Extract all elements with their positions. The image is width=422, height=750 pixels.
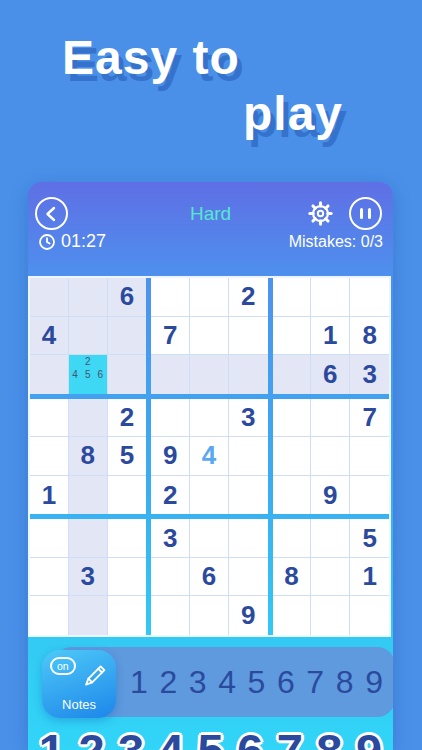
number-key-4[interactable]: 4 xyxy=(158,725,184,750)
cell-r6c7[interactable] xyxy=(273,476,312,515)
cell-r7c7[interactable] xyxy=(273,519,312,558)
cell-r1c1[interactable] xyxy=(30,278,69,317)
box-3: 1863 xyxy=(273,278,389,394)
sudoku-board: 64245627186328513942793369581 xyxy=(30,278,389,635)
cell-r4c5[interactable] xyxy=(190,399,229,438)
cell-r5c5[interactable]: 4 xyxy=(190,437,229,476)
number-input-row: 123456789 xyxy=(28,725,393,750)
notes-label: Notes xyxy=(42,697,116,712)
hero-title-line2: play xyxy=(243,86,343,141)
hero-title-line1: Easy to xyxy=(62,30,240,85)
app-screenshot: Easy to play Hard xyxy=(0,0,422,750)
cell-r6c6[interactable] xyxy=(229,476,268,515)
cell-r4c8[interactable] xyxy=(311,399,350,438)
numpad-digit-6[interactable]: 6 xyxy=(277,664,295,701)
notes-toggle-button[interactable]: on Notes xyxy=(42,650,116,718)
cell-r8c7[interactable]: 8 xyxy=(273,558,312,597)
cell-r4c9[interactable]: 7 xyxy=(350,399,389,438)
box-6: 79 xyxy=(273,399,389,515)
gear-icon xyxy=(304,197,337,230)
clock-icon xyxy=(38,233,56,251)
settings-button[interactable] xyxy=(304,197,337,230)
cell-r8c3[interactable] xyxy=(108,558,147,597)
cell-r1c2[interactable] xyxy=(69,278,108,317)
cell-r5c4[interactable]: 9 xyxy=(151,437,190,476)
numpad-digit-5[interactable]: 5 xyxy=(248,664,266,701)
pencil-notes: 2456 xyxy=(69,355,107,394)
cell-r4c3[interactable]: 2 xyxy=(108,399,147,438)
numpad-digit-4[interactable]: 4 xyxy=(218,664,236,701)
number-key-2[interactable]: 2 xyxy=(78,725,104,750)
number-key-7[interactable]: 7 xyxy=(277,725,303,750)
cell-r9c2[interactable] xyxy=(69,596,108,635)
box-8: 369 xyxy=(151,519,267,635)
cell-r1c3[interactable]: 6 xyxy=(108,278,147,317)
cell-r8c9[interactable]: 1 xyxy=(350,558,389,597)
mistakes-counter: Mistakes: 0/3 xyxy=(289,233,383,251)
cell-r1c9[interactable] xyxy=(350,278,389,317)
box-9: 581 xyxy=(273,519,389,635)
cell-r7c6[interactable] xyxy=(229,519,268,558)
pause-icon xyxy=(358,208,374,219)
cell-r6c8[interactable]: 9 xyxy=(311,476,350,515)
cell-r4c6[interactable]: 3 xyxy=(229,399,268,438)
cell-r2c3[interactable] xyxy=(108,317,147,356)
cell-r2c7[interactable] xyxy=(273,317,312,356)
cell-r9c8[interactable] xyxy=(311,596,350,635)
cell-r2c8[interactable]: 1 xyxy=(311,317,350,356)
cell-r8c6[interactable] xyxy=(229,558,268,597)
number-key-9[interactable]: 9 xyxy=(356,725,382,750)
cell-r2c2[interactable] xyxy=(69,317,108,356)
cell-r7c4[interactable]: 3 xyxy=(151,519,190,558)
cell-r1c8[interactable] xyxy=(311,278,350,317)
cell-r9c6[interactable]: 9 xyxy=(229,596,268,635)
cell-r3c6[interactable] xyxy=(229,355,268,394)
cell-r9c4[interactable] xyxy=(151,596,190,635)
cell-r6c1[interactable]: 1 xyxy=(30,476,69,515)
cell-r8c8[interactable] xyxy=(311,558,350,597)
box-4: 2851 xyxy=(30,399,146,515)
cell-r9c1[interactable] xyxy=(30,596,69,635)
cell-r5c1[interactable] xyxy=(30,437,69,476)
cell-r9c5[interactable] xyxy=(190,596,229,635)
timer: 01:27 xyxy=(61,231,106,252)
cell-r4c2[interactable] xyxy=(69,399,108,438)
cell-r5c8[interactable] xyxy=(311,437,350,476)
cell-r7c9[interactable]: 5 xyxy=(350,519,389,558)
numpad-digit-9[interactable]: 9 xyxy=(365,664,383,701)
box-1: 642456 xyxy=(30,278,146,394)
cell-r3c1[interactable] xyxy=(30,355,69,394)
numpad-digit-3[interactable]: 3 xyxy=(189,664,207,701)
cell-r4c4[interactable] xyxy=(151,399,190,438)
cell-r1c4[interactable] xyxy=(151,278,190,317)
cell-r3c9[interactable]: 3 xyxy=(350,355,389,394)
difficulty-label: Hard xyxy=(28,203,393,225)
pencil-icon xyxy=(80,657,110,687)
cell-r5c7[interactable] xyxy=(273,437,312,476)
numpad-digit-1[interactable]: 1 xyxy=(130,664,148,701)
cell-r9c3[interactable] xyxy=(108,596,147,635)
cell-r6c9[interactable] xyxy=(350,476,389,515)
cell-r7c5[interactable] xyxy=(190,519,229,558)
cell-r6c3[interactable] xyxy=(108,476,147,515)
numpad-digit-8[interactable]: 8 xyxy=(336,664,354,701)
number-key-6[interactable]: 6 xyxy=(237,725,263,750)
cell-r7c8[interactable] xyxy=(311,519,350,558)
cell-r2c4[interactable]: 7 xyxy=(151,317,190,356)
status-bar: 01:27 Mistakes: 0/3 xyxy=(38,231,383,252)
box-5: 3942 xyxy=(151,399,267,515)
cell-r8c4[interactable] xyxy=(151,558,190,597)
box-2: 27 xyxy=(151,278,267,394)
cell-r6c4[interactable]: 2 xyxy=(151,476,190,515)
cell-r9c9[interactable] xyxy=(350,596,389,635)
cell-r6c2[interactable] xyxy=(69,476,108,515)
number-key-3[interactable]: 3 xyxy=(118,725,144,750)
cell-r7c3[interactable] xyxy=(108,519,147,558)
cell-r2c6[interactable] xyxy=(229,317,268,356)
cell-r1c5[interactable] xyxy=(190,278,229,317)
cell-r8c5[interactable]: 6 xyxy=(190,558,229,597)
cell-r1c7[interactable] xyxy=(273,278,312,317)
cell-r8c2[interactable]: 3 xyxy=(69,558,108,597)
numpad-digit-2[interactable]: 2 xyxy=(159,664,177,701)
cell-r5c2[interactable]: 8 xyxy=(69,437,108,476)
pause-button[interactable] xyxy=(349,197,382,230)
cell-r4c7[interactable] xyxy=(273,399,312,438)
box-7: 3 xyxy=(30,519,146,635)
cell-r8c1[interactable] xyxy=(30,558,69,597)
cell-r5c3[interactable]: 5 xyxy=(108,437,147,476)
cell-r3c4[interactable] xyxy=(151,355,190,394)
cell-r1c6[interactable]: 2 xyxy=(229,278,268,317)
notes-on-badge: on xyxy=(50,657,76,675)
cell-r3c2[interactable]: 2456 xyxy=(69,355,108,394)
numpad-digit-7[interactable]: 7 xyxy=(306,664,324,701)
cell-r4c1[interactable] xyxy=(30,399,69,438)
cell-r3c3[interactable] xyxy=(108,355,147,394)
cell-r5c6[interactable] xyxy=(229,437,268,476)
cell-r2c5[interactable] xyxy=(190,317,229,356)
cell-r3c8[interactable]: 6 xyxy=(311,355,350,394)
cell-r2c1[interactable]: 4 xyxy=(30,317,69,356)
cell-r6c5[interactable] xyxy=(190,476,229,515)
cell-r5c9[interactable] xyxy=(350,437,389,476)
number-key-5[interactable]: 5 xyxy=(197,725,223,750)
cell-r7c2[interactable] xyxy=(69,519,108,558)
cell-r3c5[interactable] xyxy=(190,355,229,394)
game-screen: Hard xyxy=(28,182,393,750)
numpad-row: 123456789 xyxy=(130,647,383,717)
cell-r9c7[interactable] xyxy=(273,596,312,635)
cell-r7c1[interactable] xyxy=(30,519,69,558)
number-key-8[interactable]: 8 xyxy=(316,725,342,750)
cell-r3c7[interactable] xyxy=(273,355,312,394)
cell-r2c9[interactable]: 8 xyxy=(350,317,389,356)
number-key-1[interactable]: 1 xyxy=(39,725,65,750)
